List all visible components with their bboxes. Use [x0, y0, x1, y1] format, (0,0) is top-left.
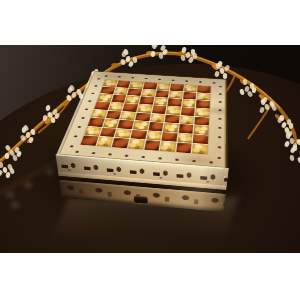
border-pin-dot [108, 153, 112, 155]
square-r5c1 [91, 109, 107, 118]
square-r3c4 [139, 96, 154, 104]
border-pin-dot [73, 135, 77, 137]
square-r6c3 [118, 120, 134, 129]
square-r4c7 [181, 107, 195, 116]
border-pin-dot [217, 156, 220, 158]
border-pin-dot [131, 77, 134, 79]
border-pin-dot [118, 76, 121, 78]
square-r6c5 [148, 122, 164, 131]
square-r8c5 [144, 140, 161, 150]
square-r4c5 [152, 105, 167, 114]
petal [299, 149, 300, 156]
square-r4c3 [123, 103, 138, 111]
square-r6c1 [88, 118, 105, 127]
square-r7c6 [161, 132, 177, 142]
border-pin-dot [218, 117, 221, 119]
square-r8c2 [96, 137, 113, 147]
border-pin-dot [171, 79, 174, 81]
petal [0, 162, 3, 168]
square-r7c1 [84, 126, 101, 136]
border-pin-dot [212, 82, 215, 84]
square-r7c4 [130, 130, 146, 140]
square-r7c2 [99, 127, 116, 137]
square-r3c5 [153, 97, 168, 105]
petal [239, 89, 245, 96]
border-pin-dot [218, 93, 221, 95]
border-pin-dot [219, 86, 222, 88]
latch-clasp [134, 196, 148, 204]
square-r6c6 [163, 123, 178, 132]
border-pin-dot [81, 117, 85, 119]
border-pin-dot [94, 85, 97, 87]
petal [259, 106, 265, 113]
border-pin-dot [158, 78, 161, 80]
square-r3c3 [125, 96, 140, 104]
border-pin-dot [217, 136, 220, 138]
border-pin-dot [158, 157, 162, 159]
square-r5c7 [180, 115, 195, 124]
square-r3c8 [196, 100, 210, 108]
square-r8c6 [160, 141, 176, 151]
square-r5c5 [150, 113, 165, 122]
square-r6c2 [103, 119, 119, 128]
border-pin-dot [218, 109, 221, 111]
square-r8c1 [81, 136, 99, 146]
border-pin-dot [217, 146, 220, 148]
square-r5c6 [165, 114, 180, 123]
square-r6c7 [178, 124, 193, 134]
border-pin-dot [104, 75, 107, 77]
square-r7c5 [146, 131, 162, 141]
square-r4c2 [108, 102, 124, 110]
square-r6c4 [133, 121, 149, 130]
petal [284, 140, 291, 147]
border-pin-dot [218, 126, 221, 128]
square-r8c3 [112, 138, 129, 148]
square-r7c8 [193, 134, 208, 144]
border-pin-dot [218, 101, 221, 103]
square-r7c7 [177, 133, 193, 143]
border-pin-dot [175, 158, 179, 160]
border-pin-dot [97, 78, 100, 80]
square-r8c7 [176, 143, 192, 154]
border-pin-dot [185, 80, 188, 82]
square-r7c3 [115, 129, 132, 139]
petal [45, 105, 50, 111]
border-pin-dot [144, 77, 147, 79]
square-r6c8 [194, 125, 209, 135]
border-pin-dot [75, 150, 79, 152]
square-r3c6 [167, 98, 181, 106]
square-r5c2 [106, 110, 122, 119]
reflected-petal [11, 202, 19, 208]
petal [289, 155, 294, 162]
square-r5c4 [135, 112, 151, 121]
border-pin-dot [84, 108, 88, 110]
border-pin-dot [91, 151, 95, 153]
square-r4c4 [137, 104, 152, 112]
petal [2, 167, 7, 173]
petal [297, 156, 300, 163]
square-r8c8 [192, 144, 208, 155]
square-r4c8 [195, 108, 209, 117]
photo-frame [0, 45, 300, 253]
square-r4c6 [166, 106, 181, 115]
border-pin-dot [124, 154, 128, 156]
page: { "meta": { "alt": "Handcrafted amber ch… [0, 0, 300, 300]
border-pin-dot [192, 159, 196, 161]
board-grid [79, 79, 211, 155]
square-r5c8 [195, 116, 210, 125]
reflected-petal [6, 192, 14, 198]
border-pin-dot [69, 145, 73, 147]
border-pin-dot [141, 155, 145, 157]
square-r5c3 [120, 111, 136, 120]
square-r3c7 [182, 99, 196, 107]
square-r3c2 [111, 95, 126, 103]
border-pin-dot [77, 126, 81, 128]
petal [214, 70, 220, 77]
border-pin-dot [209, 161, 213, 163]
border-pin-dot [91, 92, 94, 94]
border-pin-dot [198, 81, 201, 83]
border-pin-dot [88, 100, 91, 102]
square-r8c4 [128, 139, 145, 149]
